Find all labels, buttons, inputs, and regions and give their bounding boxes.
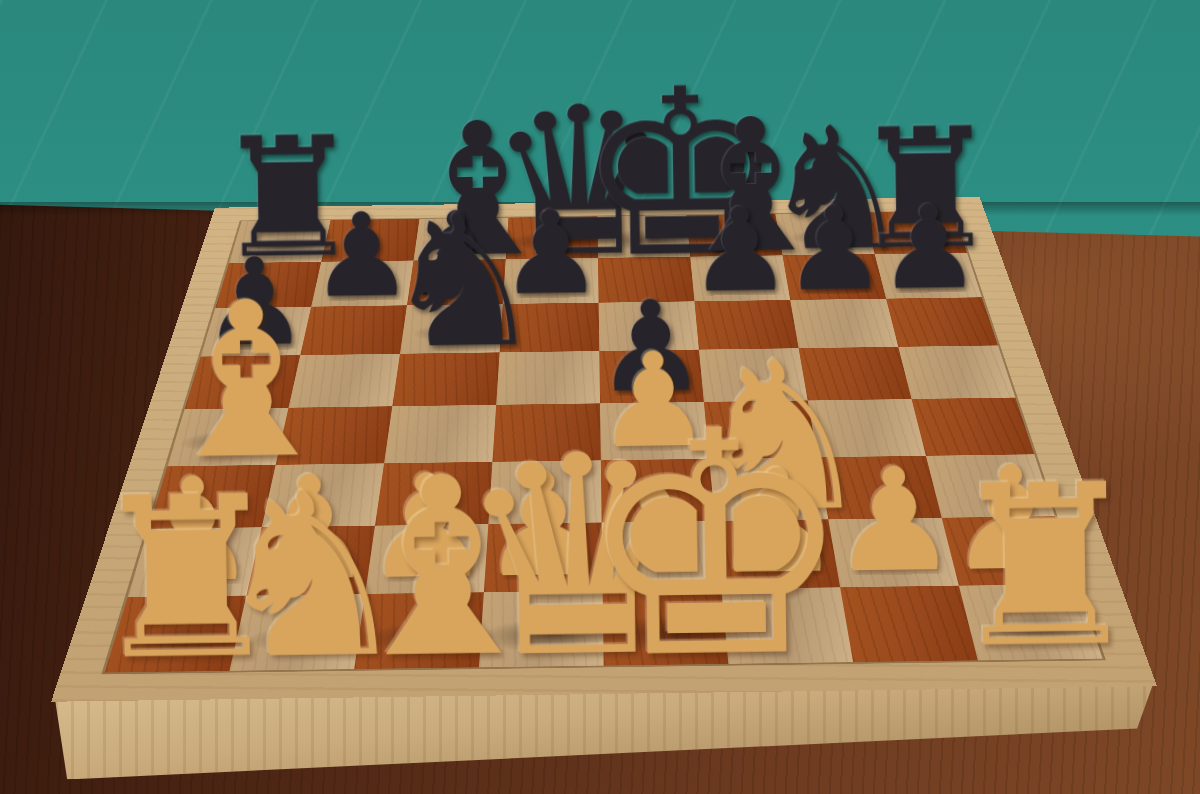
chess-photo-scene: ♜♝♛♚♝♞♜♟♟♟♟♟♟♟♞♟♝♟♞♟♟♟♟♟♟♟♜♞♝♛♚♜: [0, 0, 1200, 794]
board-pieces: ♜♝♛♚♝♞♜♟♟♟♟♟♟♟♞♟♝♟♞♟♟♟♟♟♟♟♜♞♝♛♚♜: [51, 197, 1157, 702]
piece-white-king-e1[interactable]: ♚: [574, 390, 752, 701]
chess-board-assembly: ♜♝♛♚♝♞♜♟♟♟♟♟♟♟♞♟♝♟♞♟♟♟♟♟♟♟♜♞♝♛♚♜: [0, 0, 1200, 794]
piece-black-knight-c6[interactable]: ♞: [380, 190, 522, 374]
chess-board: ♜♝♛♚♝♞♜♟♟♟♟♟♟♟♞♟♝♟♞♟♟♟♟♟♟♟♜♞♝♛♚♜: [51, 197, 1157, 702]
piece-black-pawn-h7[interactable]: ♟: [861, 189, 997, 306]
piece-white-rook-h1[interactable]: ♜: [943, 454, 1120, 679]
